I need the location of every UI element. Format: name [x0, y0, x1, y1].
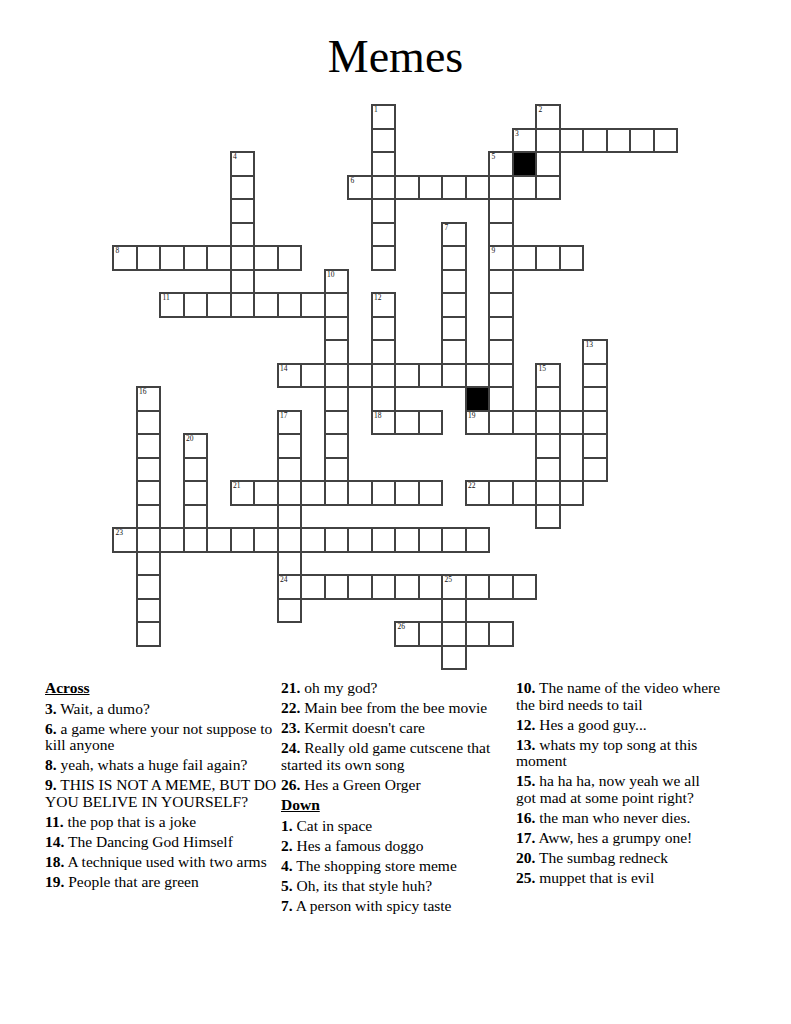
grid-cell[interactable] [253, 480, 279, 506]
grid-cell[interactable] [441, 316, 467, 342]
grid-cell[interactable] [488, 316, 514, 342]
grid-cell[interactable] [512, 245, 538, 271]
grid-cell[interactable] [488, 292, 514, 318]
grid-cell[interactable] [488, 175, 514, 201]
clue-24: 24. Really old game cutscene that starte… [281, 740, 503, 773]
grid-cell[interactable] [136, 504, 162, 530]
grid-cell[interactable] [183, 504, 209, 530]
grid-cell[interactable] [559, 410, 585, 436]
grid-cell[interactable]: 4 [230, 151, 256, 177]
clue-number: 13. [516, 736, 535, 753]
grid-cell[interactable] [582, 433, 608, 459]
cell-number: 22 [468, 482, 476, 490]
grid-cell[interactable] [183, 457, 209, 483]
grid-cell[interactable] [465, 175, 491, 201]
grid-cell[interactable] [394, 363, 420, 389]
grid-cell[interactable] [606, 128, 632, 154]
grid-cell[interactable] [535, 433, 561, 459]
cell-number: 9 [492, 247, 496, 255]
grid-cell[interactable] [230, 527, 256, 553]
grid-cell[interactable] [253, 245, 279, 271]
clue-number: 1. [281, 817, 293, 834]
grid-cell[interactable] [277, 433, 303, 459]
grid-cell[interactable] [535, 128, 561, 154]
grid-cell[interactable] [136, 410, 162, 436]
grid-cell[interactable] [512, 574, 538, 600]
grid-cell[interactable] [324, 457, 350, 483]
clue-number: 22. [281, 699, 300, 716]
clue-number: 3. [45, 700, 57, 717]
grid-cell[interactable] [465, 621, 491, 647]
grid-cell[interactable] [535, 245, 561, 271]
grid-cell[interactable] [535, 175, 561, 201]
clue-26: 26. Hes a Green Orger [281, 777, 503, 794]
clue-number: 2. [281, 837, 293, 854]
clue-number: 21. [281, 679, 300, 696]
grid-cell[interactable] [183, 292, 209, 318]
clue-number: 9. [45, 776, 57, 793]
grid-cell[interactable] [324, 386, 350, 412]
clue-8: 8. yeah, whats a huge fail again? [45, 757, 277, 774]
grid-cell[interactable] [230, 245, 256, 271]
grid-cell[interactable]: 5 [488, 151, 514, 177]
clue-number: 6. [45, 720, 57, 737]
cell-number: 20 [186, 435, 194, 443]
grid-cell[interactable] [394, 480, 420, 506]
grid-cell[interactable] [535, 504, 561, 530]
grid-cell[interactable] [324, 480, 350, 506]
grid-cell[interactable] [488, 410, 514, 436]
grid-cell[interactable] [324, 574, 350, 600]
grid-cell[interactable] [535, 410, 561, 436]
grid-cell[interactable]: 18 [371, 410, 397, 436]
grid-cell[interactable] [371, 363, 397, 389]
grid-cell[interactable] [441, 245, 467, 271]
cell-number: 5 [492, 153, 496, 161]
grid-cell[interactable] [441, 621, 467, 647]
grid-cell[interactable] [512, 480, 538, 506]
grid-cell[interactable] [347, 574, 373, 600]
grid-cell[interactable] [418, 480, 444, 506]
cell-number: 7 [445, 224, 449, 232]
grid-cell[interactable] [277, 457, 303, 483]
cell-number: 3 [515, 130, 519, 138]
grid-cell[interactable] [488, 222, 514, 248]
grid-cell[interactable] [488, 574, 514, 600]
clue-number: 18. [45, 853, 64, 870]
cell-number: 12 [374, 294, 382, 302]
grid-cell[interactable] [394, 574, 420, 600]
grid-cell[interactable] [394, 410, 420, 436]
clue-11: 11. the pop that is a joke [45, 814, 277, 831]
grid-cell[interactable]: 9 [488, 245, 514, 271]
grid-cell[interactable] [582, 457, 608, 483]
grid-cell[interactable] [441, 339, 467, 365]
clue-number: 14. [45, 833, 64, 850]
grid-cell[interactable] [277, 527, 303, 553]
grid-cell[interactable] [347, 480, 373, 506]
black-cell [465, 386, 491, 412]
grid-cell[interactable]: 23 [112, 527, 138, 553]
grid-cell[interactable] [371, 245, 397, 271]
grid-cell[interactable] [465, 527, 491, 553]
grid-cell[interactable]: 10 [324, 269, 350, 295]
grid-cell[interactable] [324, 433, 350, 459]
grid-cell[interactable] [371, 198, 397, 224]
grid-cell[interactable]: 25 [441, 574, 467, 600]
grid-cell[interactable] [253, 527, 279, 553]
grid-cell[interactable] [488, 621, 514, 647]
clue-1: 1. Cat in space [281, 818, 503, 835]
clue-2: 2. Hes a famous doggo [281, 838, 503, 855]
grid-cell[interactable]: 17 [277, 410, 303, 436]
clue-15: 15. ha ha ha, now yeah we all got mad at… [516, 773, 722, 806]
grid-cell[interactable] [136, 574, 162, 600]
clue-number: 20. [516, 849, 535, 866]
grid-cell[interactable] [230, 292, 256, 318]
cell-number: 24 [280, 576, 288, 584]
grid-cell[interactable] [535, 480, 561, 506]
grid-cell[interactable]: 3 [512, 128, 538, 154]
grid-cell[interactable] [371, 480, 397, 506]
clue-number: 7. [281, 897, 293, 914]
grid-cell[interactable] [277, 292, 303, 318]
clue-number: 12. [516, 716, 535, 733]
clues-across-header: Across [45, 680, 277, 697]
grid-cell[interactable] [300, 480, 326, 506]
grid-cell[interactable]: 22 [465, 480, 491, 506]
puzzle-title: Memes [0, 30, 791, 83]
clue-number: 16. [516, 809, 535, 826]
grid-cell[interactable] [277, 480, 303, 506]
grid-cell[interactable] [488, 480, 514, 506]
clue-19: 19. People that are green [45, 874, 277, 891]
cell-number: 11 [163, 294, 170, 302]
grid-cell[interactable] [206, 292, 232, 318]
grid-cell[interactable] [183, 480, 209, 506]
clue-22: 22. Main bee from the bee movie [281, 700, 503, 717]
grid-cell[interactable] [277, 504, 303, 530]
grid-cell[interactable]: 21 [230, 480, 256, 506]
grid-cell[interactable] [230, 175, 256, 201]
cell-number: 8 [116, 247, 120, 255]
grid-cell[interactable] [418, 410, 444, 436]
cell-number: 6 [351, 177, 355, 185]
grid-cell[interactable] [418, 621, 444, 647]
grid-cell[interactable] [582, 363, 608, 389]
grid-cell[interactable] [441, 363, 467, 389]
grid-cell[interactable]: 12 [371, 292, 397, 318]
grid-cell[interactable] [136, 551, 162, 577]
clue-17: 17. Aww, hes a grumpy one! [516, 830, 722, 847]
grid-cell[interactable]: 8 [112, 245, 138, 271]
grid-cell[interactable] [136, 527, 162, 553]
clue-14: 14. The Dancing God Himself [45, 834, 277, 851]
grid-cell[interactable] [136, 245, 162, 271]
clue-12: 12. Hes a good guy... [516, 717, 722, 734]
clue-number: 15. [516, 772, 535, 789]
grid-cell[interactable] [206, 245, 232, 271]
grid-cell[interactable] [136, 598, 162, 624]
grid-cell[interactable] [300, 574, 326, 600]
grid-cell[interactable] [277, 598, 303, 624]
clue-5: 5. Oh, its that style huh? [281, 878, 503, 895]
clue-16: 16. the man who never dies. [516, 810, 722, 827]
grid-cell[interactable]: 6 [347, 175, 373, 201]
grid-cell[interactable] [488, 339, 514, 365]
grid-cell[interactable] [394, 527, 420, 553]
grid-cell[interactable] [300, 363, 326, 389]
grid-cell[interactable] [136, 480, 162, 506]
grid-cell[interactable] [347, 527, 373, 553]
grid-cell[interactable] [488, 269, 514, 295]
cell-number: 17 [280, 412, 288, 420]
grid-cell[interactable] [653, 128, 679, 154]
grid-cell[interactable]: 16 [136, 386, 162, 412]
clue-4: 4. The shopping store meme [281, 858, 503, 875]
grid-cell[interactable] [559, 480, 585, 506]
crossword-page: Memes 1234567891011121314151617181920212… [0, 0, 791, 1024]
grid-cell[interactable] [582, 128, 608, 154]
grid-cell[interactable] [159, 527, 185, 553]
grid-cell[interactable] [535, 386, 561, 412]
grid-cell[interactable] [324, 316, 350, 342]
grid-cell[interactable]: 1 [371, 104, 397, 130]
grid-cell[interactable] [535, 457, 561, 483]
clue-23: 23. Kermit doesn't care [281, 720, 503, 737]
grid-cell[interactable] [512, 175, 538, 201]
grid-cell[interactable] [418, 574, 444, 600]
grid-cell[interactable]: 7 [441, 222, 467, 248]
grid-cell[interactable] [371, 316, 397, 342]
grid-cell[interactable] [324, 292, 350, 318]
cell-number: 26 [398, 623, 406, 631]
grid-cell[interactable] [394, 175, 420, 201]
crossword-grid: 1234567891011121314151617181920212223242… [112, 104, 712, 684]
grid-cell[interactable] [347, 363, 373, 389]
clues-down-header: Down [281, 797, 503, 814]
grid-cell[interactable] [230, 269, 256, 295]
cell-number: 13 [586, 341, 594, 349]
grid-cell[interactable] [441, 645, 467, 671]
clue-3: 3. Wait, a dumo? [45, 701, 277, 718]
grid-cell[interactable] [300, 527, 326, 553]
clue-number: 4. [281, 857, 293, 874]
grid-cell[interactable]: 26 [394, 621, 420, 647]
grid-cell[interactable] [371, 175, 397, 201]
cell-number: 10 [327, 271, 335, 279]
clue-number: 23. [281, 719, 300, 736]
grid-cell[interactable] [441, 598, 467, 624]
clue-column-left: Across3. Wait, a dumo?6. a game where yo… [45, 680, 277, 895]
clue-18: 18. A technique used with two arms [45, 854, 277, 871]
cell-number: 16 [139, 388, 147, 396]
clue-number: 8. [45, 756, 57, 773]
clue-20: 20. The sumbag redneck [516, 850, 722, 867]
grid-cell[interactable]: 11 [159, 292, 185, 318]
grid-cell[interactable] [371, 527, 397, 553]
clue-21: 21. oh my god? [281, 680, 503, 697]
grid-cell[interactable] [559, 128, 585, 154]
grid-cell[interactable] [488, 363, 514, 389]
clue-6: 6. a game where your not suppose to kill… [45, 721, 277, 754]
grid-cell[interactable] [441, 292, 467, 318]
grid-cell[interactable] [418, 363, 444, 389]
grid-cell[interactable] [183, 245, 209, 271]
grid-cell[interactable] [441, 527, 467, 553]
grid-cell[interactable] [159, 245, 185, 271]
grid-cell[interactable] [371, 339, 397, 365]
clue-column-middle: 21. oh my god?22. Main bee from the bee … [281, 680, 503, 918]
grid-cell[interactable] [488, 386, 514, 412]
grid-cell[interactable] [488, 198, 514, 224]
grid-cell[interactable]: 15 [535, 363, 561, 389]
grid-cell[interactable] [371, 386, 397, 412]
grid-cell[interactable] [418, 175, 444, 201]
grid-cell[interactable] [582, 386, 608, 412]
cell-number: 21 [233, 482, 241, 490]
cell-number: 1 [374, 106, 378, 114]
black-cell [512, 151, 538, 177]
clue-number: 11. [45, 813, 64, 830]
grid-cell[interactable] [512, 410, 538, 436]
grid-cell[interactable] [371, 222, 397, 248]
grid-cell[interactable] [629, 128, 655, 154]
grid-cell[interactable] [253, 292, 279, 318]
clue-number: 10. [516, 679, 535, 696]
grid-cell[interactable]: 20 [183, 433, 209, 459]
grid-cell[interactable] [441, 269, 467, 295]
cell-number: 2 [539, 106, 543, 114]
grid-cell[interactable] [230, 198, 256, 224]
grid-cell[interactable] [465, 574, 491, 600]
clue-9: 9. THIS IS NOT A MEME, BUT DO YOU BELIVE… [45, 777, 277, 810]
clue-number: 25. [516, 869, 535, 886]
grid-cell[interactable] [136, 457, 162, 483]
grid-cell[interactable] [324, 363, 350, 389]
grid-cell[interactable] [324, 527, 350, 553]
cell-number: 25 [445, 576, 453, 584]
grid-cell[interactable] [183, 527, 209, 553]
grid-cell[interactable] [465, 363, 491, 389]
grid-cell[interactable]: 19 [465, 410, 491, 436]
grid-cell[interactable] [206, 527, 232, 553]
clue-number: 26. [281, 776, 300, 793]
cell-number: 15 [539, 365, 547, 373]
cell-number: 19 [468, 412, 476, 420]
cell-number: 18 [374, 412, 382, 420]
clue-number: 5. [281, 877, 293, 894]
grid-cell[interactable] [277, 551, 303, 577]
clue-13: 13. whats my top song at this moment [516, 737, 722, 770]
clue-column-right: 10. The name of the video where the bird… [516, 680, 722, 891]
grid-cell[interactable]: 2 [535, 104, 561, 130]
grid-cell[interactable] [324, 339, 350, 365]
clue-25: 25. muppet that is evil [516, 870, 722, 887]
cell-number: 23 [116, 529, 124, 537]
grid-cell[interactable]: 14 [277, 363, 303, 389]
cell-number: 4 [233, 153, 237, 161]
clue-number: 17. [516, 829, 535, 846]
grid-cell[interactable] [535, 151, 561, 177]
grid-cell[interactable] [418, 527, 444, 553]
grid-cell[interactable] [136, 621, 162, 647]
grid-cell[interactable] [371, 128, 397, 154]
grid-cell[interactable] [441, 175, 467, 201]
clue-7: 7. A person with spicy taste [281, 898, 503, 915]
grid-cell[interactable] [582, 410, 608, 436]
clue-number: 24. [281, 739, 300, 756]
grid-cell[interactable] [230, 222, 256, 248]
grid-cell[interactable] [371, 151, 397, 177]
grid-cell[interactable]: 13 [582, 339, 608, 365]
grid-cell[interactable] [324, 410, 350, 436]
clue-number: 19. [45, 873, 64, 890]
grid-cell[interactable] [136, 433, 162, 459]
grid-cell[interactable]: 24 [277, 574, 303, 600]
grid-cell[interactable] [277, 245, 303, 271]
grid-cell[interactable] [371, 574, 397, 600]
grid-cell[interactable] [559, 245, 585, 271]
cell-number: 14 [280, 365, 288, 373]
clue-10: 10. The name of the video where the bird… [516, 680, 722, 713]
grid-cell[interactable] [300, 292, 326, 318]
